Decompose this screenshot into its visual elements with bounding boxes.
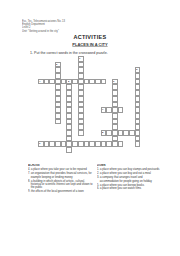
clues-across: ACROSS 4. a place where you take your ca… [28, 164, 95, 194]
clue-item: 3. a company that arranges travel and ac… [97, 176, 160, 183]
clue-item: 4. a place where you take your car to be… [28, 168, 95, 171]
grid-blank [140, 147, 146, 153]
down-heading: DOWN [97, 164, 160, 167]
page-title: ACTIVITIES [0, 33, 180, 40]
worksheet-page: Esc. Tec. Telecomunicaciones No. 13 Engl… [0, 0, 180, 256]
header-line-4: Unit: "Getting around in the city" [22, 29, 100, 32]
cell-number: 3 [136, 68, 137, 70]
cell-number: 7 [102, 108, 103, 110]
clue-item: 2. a place where you can buy and eat a m… [97, 172, 160, 175]
crossword-grid: 123456789 [38, 56, 146, 153]
clue-item: 8. a building in which objects of artist… [28, 179, 95, 189]
cell-number: 8 [102, 131, 103, 133]
cell-number: 2 [56, 63, 57, 65]
cell-number: 5 [68, 80, 69, 82]
instruction-text: 1. Put the correct words in the crosswor… [30, 50, 174, 55]
clue-item: 6. a place where you can watch films [97, 187, 160, 190]
clue-item: 5. a place where you can borrow books [97, 183, 160, 186]
cell-number: 1 [79, 57, 80, 59]
cell-number: 6 [113, 80, 114, 82]
across-heading: ACROSS [28, 164, 95, 167]
cell-number: 4 [39, 80, 40, 82]
clue-item: 9. the offices of the local government o… [28, 190, 95, 193]
page-subtitle: PLACES IN A CITY [0, 42, 180, 47]
clues-down: DOWN 1. a place where you can buy stamps… [97, 164, 160, 191]
cell-number: 9 [39, 142, 40, 144]
header-block: Esc. Tec. Telecomunicaciones No. 13 Engl… [22, 19, 100, 33]
clue-item: 7. an organization that provides financi… [28, 172, 95, 179]
clue-item: 1. a place where you can buy stamps and … [97, 168, 160, 171]
